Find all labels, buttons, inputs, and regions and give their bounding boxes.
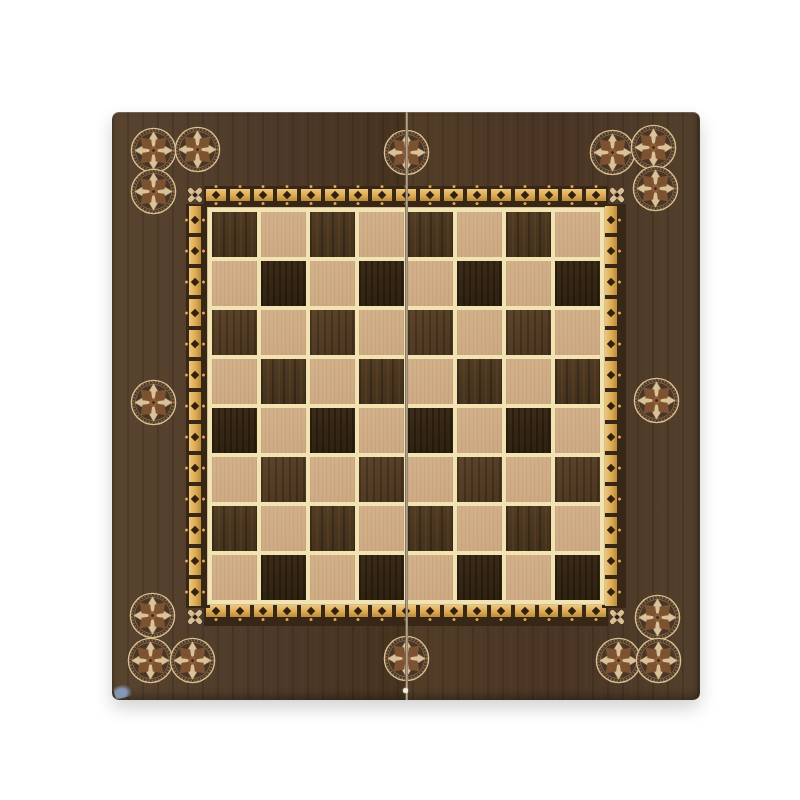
diamond-motif-icon (467, 189, 487, 201)
diamond-motif-icon (206, 189, 226, 201)
diamond-motif-icon (515, 605, 535, 617)
square-b8[interactable] (261, 212, 306, 257)
square-a7[interactable] (212, 261, 257, 306)
square-d2[interactable] (359, 506, 404, 551)
border-strip-right (602, 204, 626, 608)
diamond-motif-icon (189, 330, 201, 357)
rosette-medallion-edge-left-center (130, 379, 177, 426)
square-h7[interactable] (555, 261, 600, 306)
square-b6[interactable] (261, 310, 306, 355)
diamond-motif-icon (349, 189, 369, 201)
square-e8[interactable] (408, 212, 453, 257)
diamond-motif-icon (230, 605, 250, 617)
hinge-reflection-dot (403, 688, 408, 693)
diamond-motif-icon (539, 605, 559, 617)
diamond-motif-icon (372, 605, 392, 617)
square-f5[interactable] (457, 359, 502, 404)
square-e1[interactable] (408, 555, 453, 600)
square-g6[interactable] (506, 310, 551, 355)
diamond-motif-icon (230, 189, 250, 201)
diamond-motif-icon (189, 392, 201, 419)
fold-seam (405, 112, 408, 700)
square-h5[interactable] (555, 359, 600, 404)
diamond-motif-icon (605, 517, 617, 544)
diamond-motif-icon (605, 455, 617, 482)
x-motif-icon (187, 609, 204, 626)
rosette-medallion-corner-tl-2 (174, 126, 221, 173)
square-a8[interactable] (212, 212, 257, 257)
diamond-motif-icon (605, 361, 617, 388)
square-f3[interactable] (457, 457, 502, 502)
square-h4[interactable] (555, 408, 600, 453)
square-g8[interactable] (506, 212, 551, 257)
diamond-motif-icon (189, 424, 201, 451)
diamond-motif-icon (325, 189, 345, 201)
diamond-motif-icon (254, 189, 274, 201)
rosette-medallion-corner-bl-3 (169, 637, 216, 684)
square-g4[interactable] (506, 408, 551, 453)
diamond-motif-icon (444, 605, 464, 617)
square-b3[interactable] (261, 457, 306, 502)
square-c3[interactable] (310, 457, 355, 502)
square-f8[interactable] (457, 212, 502, 257)
diamond-motif-icon (189, 486, 201, 513)
square-d1[interactable] (359, 555, 404, 600)
square-a2[interactable] (212, 506, 257, 551)
border-corner-x-icon (186, 608, 204, 626)
square-a4[interactable] (212, 408, 257, 453)
diamond-motif-icon (515, 189, 535, 201)
diamond-motif-icon (189, 206, 201, 233)
square-e4[interactable] (408, 408, 453, 453)
rosette-medallion-corner-tl-1 (130, 127, 177, 174)
square-h1[interactable] (555, 555, 600, 600)
square-a6[interactable] (212, 310, 257, 355)
square-c1[interactable] (310, 555, 355, 600)
square-h8[interactable] (555, 212, 600, 257)
diamond-motif-icon (189, 237, 201, 264)
diamond-motif-icon (605, 579, 617, 606)
diamond-motif-icon (189, 548, 201, 575)
square-g1[interactable] (506, 555, 551, 600)
diamond-motif-icon (301, 605, 321, 617)
diamond-motif-icon (277, 189, 297, 201)
square-c4[interactable] (310, 408, 355, 453)
rosette-medallion-corner-br-1 (634, 594, 681, 641)
diamond-motif-icon (189, 579, 201, 606)
diamond-motif-icon (189, 361, 201, 388)
diamond-motif-icon (349, 605, 369, 617)
diamond-motif-icon (420, 189, 440, 201)
square-b2[interactable] (261, 506, 306, 551)
x-motif-icon (609, 187, 626, 204)
diamond-motif-icon (420, 605, 440, 617)
diamond-motif-icon (605, 330, 617, 357)
square-d4[interactable] (359, 408, 404, 453)
border-corner-x-icon (608, 186, 626, 204)
square-f1[interactable] (457, 555, 502, 600)
square-f6[interactable] (457, 310, 502, 355)
diamond-motif-icon (605, 268, 617, 295)
diamond-motif-icon (301, 189, 321, 201)
diamond-motif-icon (444, 189, 464, 201)
diamond-motif-icon (605, 299, 617, 326)
x-motif-icon (187, 187, 204, 204)
diamond-motif-icon (605, 424, 617, 451)
rosette-medallion-corner-tr-1 (589, 129, 636, 176)
square-b7[interactable] (261, 261, 306, 306)
rosette-medallion-edge-right-center (633, 377, 680, 424)
diamond-motif-icon (491, 189, 511, 201)
diamond-motif-icon (491, 605, 511, 617)
diamond-motif-icon (539, 189, 559, 201)
square-d3[interactable] (359, 457, 404, 502)
square-f4[interactable] (457, 408, 502, 453)
rosette-medallion-corner-tr-3 (632, 165, 679, 212)
square-f2[interactable] (457, 506, 502, 551)
square-c5[interactable] (310, 359, 355, 404)
square-f7[interactable] (457, 261, 502, 306)
diamond-motif-icon (605, 237, 617, 264)
square-a1[interactable] (212, 555, 257, 600)
diamond-motif-icon (605, 548, 617, 575)
diamond-motif-icon (605, 486, 617, 513)
square-c6[interactable] (310, 310, 355, 355)
diamond-motif-icon (372, 189, 392, 201)
square-d5[interactable] (359, 359, 404, 404)
square-b5[interactable] (261, 359, 306, 404)
diamond-motif-icon (586, 189, 606, 201)
diamond-motif-icon (325, 605, 345, 617)
square-a5[interactable] (212, 359, 257, 404)
square-g3[interactable] (506, 457, 551, 502)
diamond-motif-icon (605, 392, 617, 419)
square-e7[interactable] (408, 261, 453, 306)
square-a3[interactable] (212, 457, 257, 502)
diamond-motif-icon (562, 189, 582, 201)
square-e5[interactable] (408, 359, 453, 404)
diamond-motif-icon (189, 517, 201, 544)
square-g7[interactable] (506, 261, 551, 306)
square-c8[interactable] (310, 212, 355, 257)
border-corner-x-icon (186, 186, 204, 204)
square-d6[interactable] (359, 310, 404, 355)
rosette-medallion-corner-tl-3 (130, 168, 177, 215)
diamond-motif-icon (562, 605, 582, 617)
game-board (112, 112, 700, 700)
square-c2[interactable] (310, 506, 355, 551)
diamond-motif-icon (189, 268, 201, 295)
rosette-medallion-corner-bl-1 (129, 592, 176, 639)
square-e3[interactable] (408, 457, 453, 502)
square-e2[interactable] (408, 506, 453, 551)
square-c7[interactable] (310, 261, 355, 306)
square-h3[interactable] (555, 457, 600, 502)
x-motif-icon (609, 609, 626, 626)
border-corner-x-icon (608, 608, 626, 626)
rosette-medallion-corner-br-3 (635, 637, 682, 684)
square-h6[interactable] (555, 310, 600, 355)
brand-logo (113, 683, 133, 700)
diamond-motif-icon (605, 206, 617, 233)
rosette-medallion-corner-tr-2 (630, 124, 677, 171)
square-h2[interactable] (555, 506, 600, 551)
product-photo-page (0, 0, 800, 800)
diamond-motif-icon (277, 605, 297, 617)
square-b4[interactable] (261, 408, 306, 453)
diamond-motif-icon (254, 605, 274, 617)
square-d7[interactable] (359, 261, 404, 306)
square-g2[interactable] (506, 506, 551, 551)
diamond-motif-icon (467, 605, 487, 617)
square-g5[interactable] (506, 359, 551, 404)
diamond-motif-icon (189, 455, 201, 482)
square-e6[interactable] (408, 310, 453, 355)
square-b1[interactable] (261, 555, 306, 600)
square-d8[interactable] (359, 212, 404, 257)
diamond-motif-icon (189, 299, 201, 326)
rosette-medallion-corner-bl-2 (127, 637, 174, 684)
